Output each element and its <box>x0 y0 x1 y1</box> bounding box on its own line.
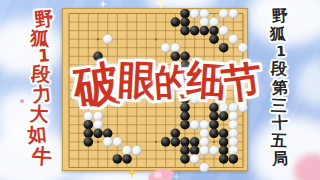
right-caption-char: 野 <box>272 8 289 25</box>
right-caption-char: 段 <box>271 61 288 78</box>
video-thumbnail: 野狐1段力大如牛 野狐1段第三十五局 破眼的细节 野狐1段力大如牛野狐1段第三十… <box>0 0 320 180</box>
left-caption-char: 力 <box>32 84 53 105</box>
right-caption-char: 局 <box>272 151 289 168</box>
title-char: 破 <box>71 59 123 111</box>
right-caption-char: 第 <box>272 80 289 97</box>
right-caption-char: 狐 <box>270 26 287 43</box>
title-char: 节 <box>220 60 265 105</box>
right-caption-char: 五 <box>271 133 288 150</box>
left-caption-char: 牛 <box>31 145 52 166</box>
left-caption-char: 大 <box>29 104 49 124</box>
left-caption-char: 如 <box>27 124 48 145</box>
right-caption-char: 1 <box>276 44 286 58</box>
right-caption-char: 十 <box>272 115 289 132</box>
text-layer: 野狐1段力大如牛野狐1段第三十五局破眼的细节 <box>0 0 320 180</box>
